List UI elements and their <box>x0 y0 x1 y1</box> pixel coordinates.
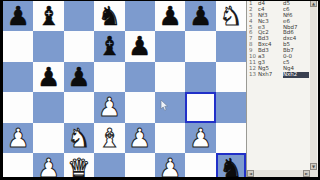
square-g5[interactable] <box>185 62 215 92</box>
square-a4[interactable] <box>3 92 33 122</box>
square-c4[interactable] <box>64 92 94 122</box>
square-a7[interactable]: ♟ <box>3 1 33 31</box>
black-knight-d7: ♞ <box>94 1 124 31</box>
square-e6[interactable]: ♟ <box>125 31 155 61</box>
square-h5[interactable] <box>216 62 246 92</box>
square-c7[interactable] <box>64 1 94 31</box>
square-b6[interactable] <box>33 31 63 61</box>
white-pawn-a3: ♟ <box>3 123 33 153</box>
square-e5[interactable] <box>125 62 155 92</box>
square-g2[interactable] <box>185 153 215 180</box>
square-d7[interactable]: ♞ <box>94 1 124 31</box>
square-f3[interactable] <box>155 123 185 153</box>
white-pawn-f2: ♟ <box>155 153 185 180</box>
square-g3[interactable]: ♟ <box>185 123 215 153</box>
square-b5[interactable]: ♟ <box>33 62 63 92</box>
square-e2[interactable] <box>125 153 155 180</box>
square-d6[interactable]: ♝ <box>94 31 124 61</box>
square-d4[interactable]: ♟ <box>94 92 124 122</box>
scroll-left-button[interactable]: ◄ <box>247 170 254 177</box>
black-pawn-f7: ♟ <box>155 1 185 31</box>
black-pawn-e6: ♟ <box>125 31 155 61</box>
black-pawn-b5: ♟ <box>33 62 63 92</box>
square-c6[interactable] <box>64 31 94 61</box>
square-c5[interactable]: ♟ <box>64 62 94 92</box>
white-queen-c2: ♛ <box>64 153 94 180</box>
white-pawn-d4: ♟ <box>94 92 124 122</box>
top-black-bar <box>0 0 320 1</box>
square-h3[interactable] <box>216 123 246 153</box>
square-h7[interactable]: ♞ <box>216 1 246 31</box>
square-h6[interactable] <box>216 31 246 61</box>
video-frame: ♟♝♞♟♟♞♝♟♟♟♟♟♞♝♟♟♟♛♟♞ 1d4d52c4c63Nf3Nf64N… <box>0 0 320 180</box>
square-f2[interactable]: ♟ <box>155 153 185 180</box>
move-row-13: 13Nxh7Nxh2 <box>249 72 311 78</box>
black-pawn-g7: ♟ <box>185 1 215 31</box>
square-c3[interactable]: ♞ <box>64 123 94 153</box>
square-a3[interactable]: ♟ <box>3 123 33 153</box>
square-c2[interactable]: ♛ <box>64 153 94 180</box>
scroll-down-button[interactable]: ▼ <box>310 163 317 170</box>
square-g4[interactable] <box>185 92 215 122</box>
square-e7[interactable] <box>125 1 155 31</box>
white-move-13[interactable]: Nxh7 <box>258 72 283 78</box>
square-b4[interactable] <box>33 92 63 122</box>
black-move-13[interactable]: Nxh2 <box>283 72 309 78</box>
square-e4[interactable] <box>125 92 155 122</box>
square-d2[interactable] <box>94 153 124 180</box>
bottom-black-bar <box>0 177 320 180</box>
square-a5[interactable] <box>3 62 33 92</box>
black-pawn-c5: ♟ <box>64 62 94 92</box>
white-knight-h7: ♞ <box>216 1 246 31</box>
white-bishop-d3: ♝ <box>94 123 124 153</box>
square-g6[interactable] <box>185 31 215 61</box>
square-f6[interactable] <box>155 31 185 61</box>
square-b2[interactable]: ♟ <box>33 153 63 180</box>
scroll-right-button[interactable]: ► <box>303 170 310 177</box>
square-f5[interactable] <box>155 62 185 92</box>
notation-panel: 1d4d52c4c63Nf3Nf64Nc3e65e3Nbd76Qc2Bd67Bd… <box>246 0 318 177</box>
black-knight-h2: ♞ <box>216 153 246 180</box>
left-black-bar <box>0 0 3 180</box>
square-h4[interactable] <box>216 92 246 122</box>
scroll-up-button[interactable]: ▲ <box>310 0 317 7</box>
black-bishop-b7: ♝ <box>33 1 63 31</box>
square-b7[interactable]: ♝ <box>33 1 63 31</box>
move-number-13: 13 <box>249 72 258 78</box>
square-d5[interactable] <box>94 62 124 92</box>
square-e3[interactable]: ♟ <box>125 123 155 153</box>
square-f4[interactable] <box>155 92 185 122</box>
black-bishop-d6: ♝ <box>94 31 124 61</box>
vertical-scrollbar-track[interactable] <box>310 0 317 170</box>
white-pawn-e3: ♟ <box>125 123 155 153</box>
square-a6[interactable] <box>3 31 33 61</box>
black-pawn-a7: ♟ <box>3 1 33 31</box>
white-pawn-b2: ♟ <box>33 153 63 180</box>
square-h2[interactable]: ♞ <box>216 153 246 180</box>
white-knight-c3: ♞ <box>64 123 94 153</box>
square-d3[interactable]: ♝ <box>94 123 124 153</box>
white-pawn-g3: ♟ <box>185 123 215 153</box>
move-list[interactable]: 1d4d52c4c63Nf3Nf64Nc3e65e3Nbd76Qc2Bd67Bd… <box>249 1 311 163</box>
square-a2[interactable] <box>3 153 33 180</box>
chess-board[interactable]: ♟♝♞♟♟♞♝♟♟♟♟♟♞♝♟♟♟♛♟♞ <box>3 1 246 180</box>
square-f7[interactable]: ♟ <box>155 1 185 31</box>
square-b3[interactable] <box>33 123 63 153</box>
square-g7[interactable]: ♟ <box>185 1 215 31</box>
